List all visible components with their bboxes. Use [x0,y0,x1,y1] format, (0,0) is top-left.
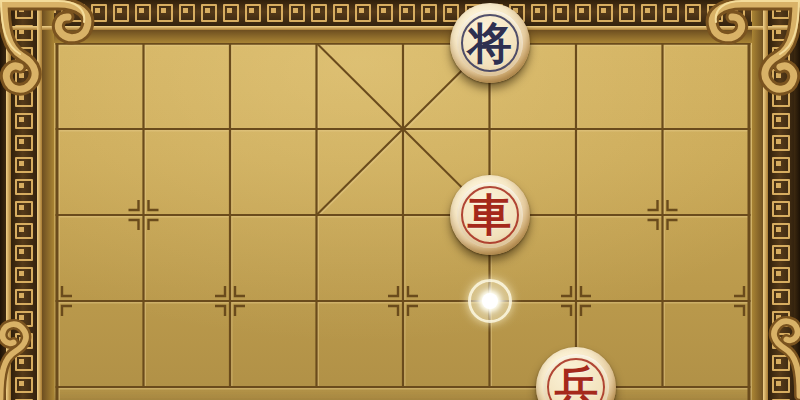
frame-trim-left-outer [6,0,11,400]
board-point: 将 [446,0,533,86]
board-point [446,258,533,344]
board-points-grid: 将車兵 [14,0,793,400]
board-point: 車 [446,172,533,258]
board-point: 兵 [533,344,620,400]
piece-red-soldier[interactable]: 兵 [536,347,616,400]
piece-glyph: 兵 [554,365,598,400]
piece-red-chariot[interactable]: 車 [450,175,530,255]
move-indicator-dot[interactable] [450,261,530,341]
piece-glyph: 将 [468,21,512,65]
frame-edge-right [794,0,800,400]
dot-core [482,293,498,309]
xiangqi-board-screen: 将車兵 [0,0,800,400]
frame-edge-left [0,0,6,400]
piece-black-general[interactable]: 将 [450,3,530,83]
piece-glyph: 車 [468,193,512,237]
